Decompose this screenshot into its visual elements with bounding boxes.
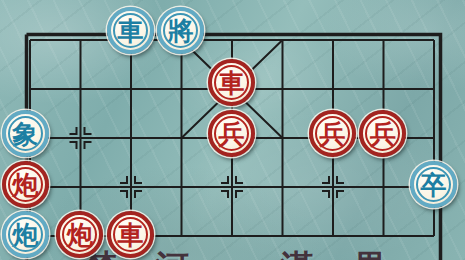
xiangqi-piece-red-車[interactable]: 車 — [208, 59, 255, 106]
xiangqi-piece-black-將[interactable]: 將 — [157, 7, 204, 54]
xiangqi-piece-black-卒[interactable]: 卒 — [410, 161, 457, 208]
xiangqi-board-screenshot: 車將車象兵兵兵炮卒炮炮車 楚河漢界 — [0, 0, 465, 260]
xiangqi-piece-black-炮[interactable]: 炮 — [2, 211, 49, 258]
xiangqi-piece-black-象[interactable]: 象 — [2, 110, 49, 157]
xiangqi-piece-black-車[interactable]: 車 — [107, 7, 154, 54]
xiangqi-piece-red-車[interactable]: 車 — [107, 211, 154, 258]
xiangqi-piece-red-兵[interactable]: 兵 — [309, 110, 356, 157]
xiangqi-piece-red-炮[interactable]: 炮 — [56, 211, 103, 258]
xiangqi-piece-red-兵[interactable]: 兵 — [208, 110, 255, 157]
xiangqi-piece-red-炮[interactable]: 炮 — [2, 161, 49, 208]
xiangqi-piece-red-兵[interactable]: 兵 — [359, 110, 406, 157]
